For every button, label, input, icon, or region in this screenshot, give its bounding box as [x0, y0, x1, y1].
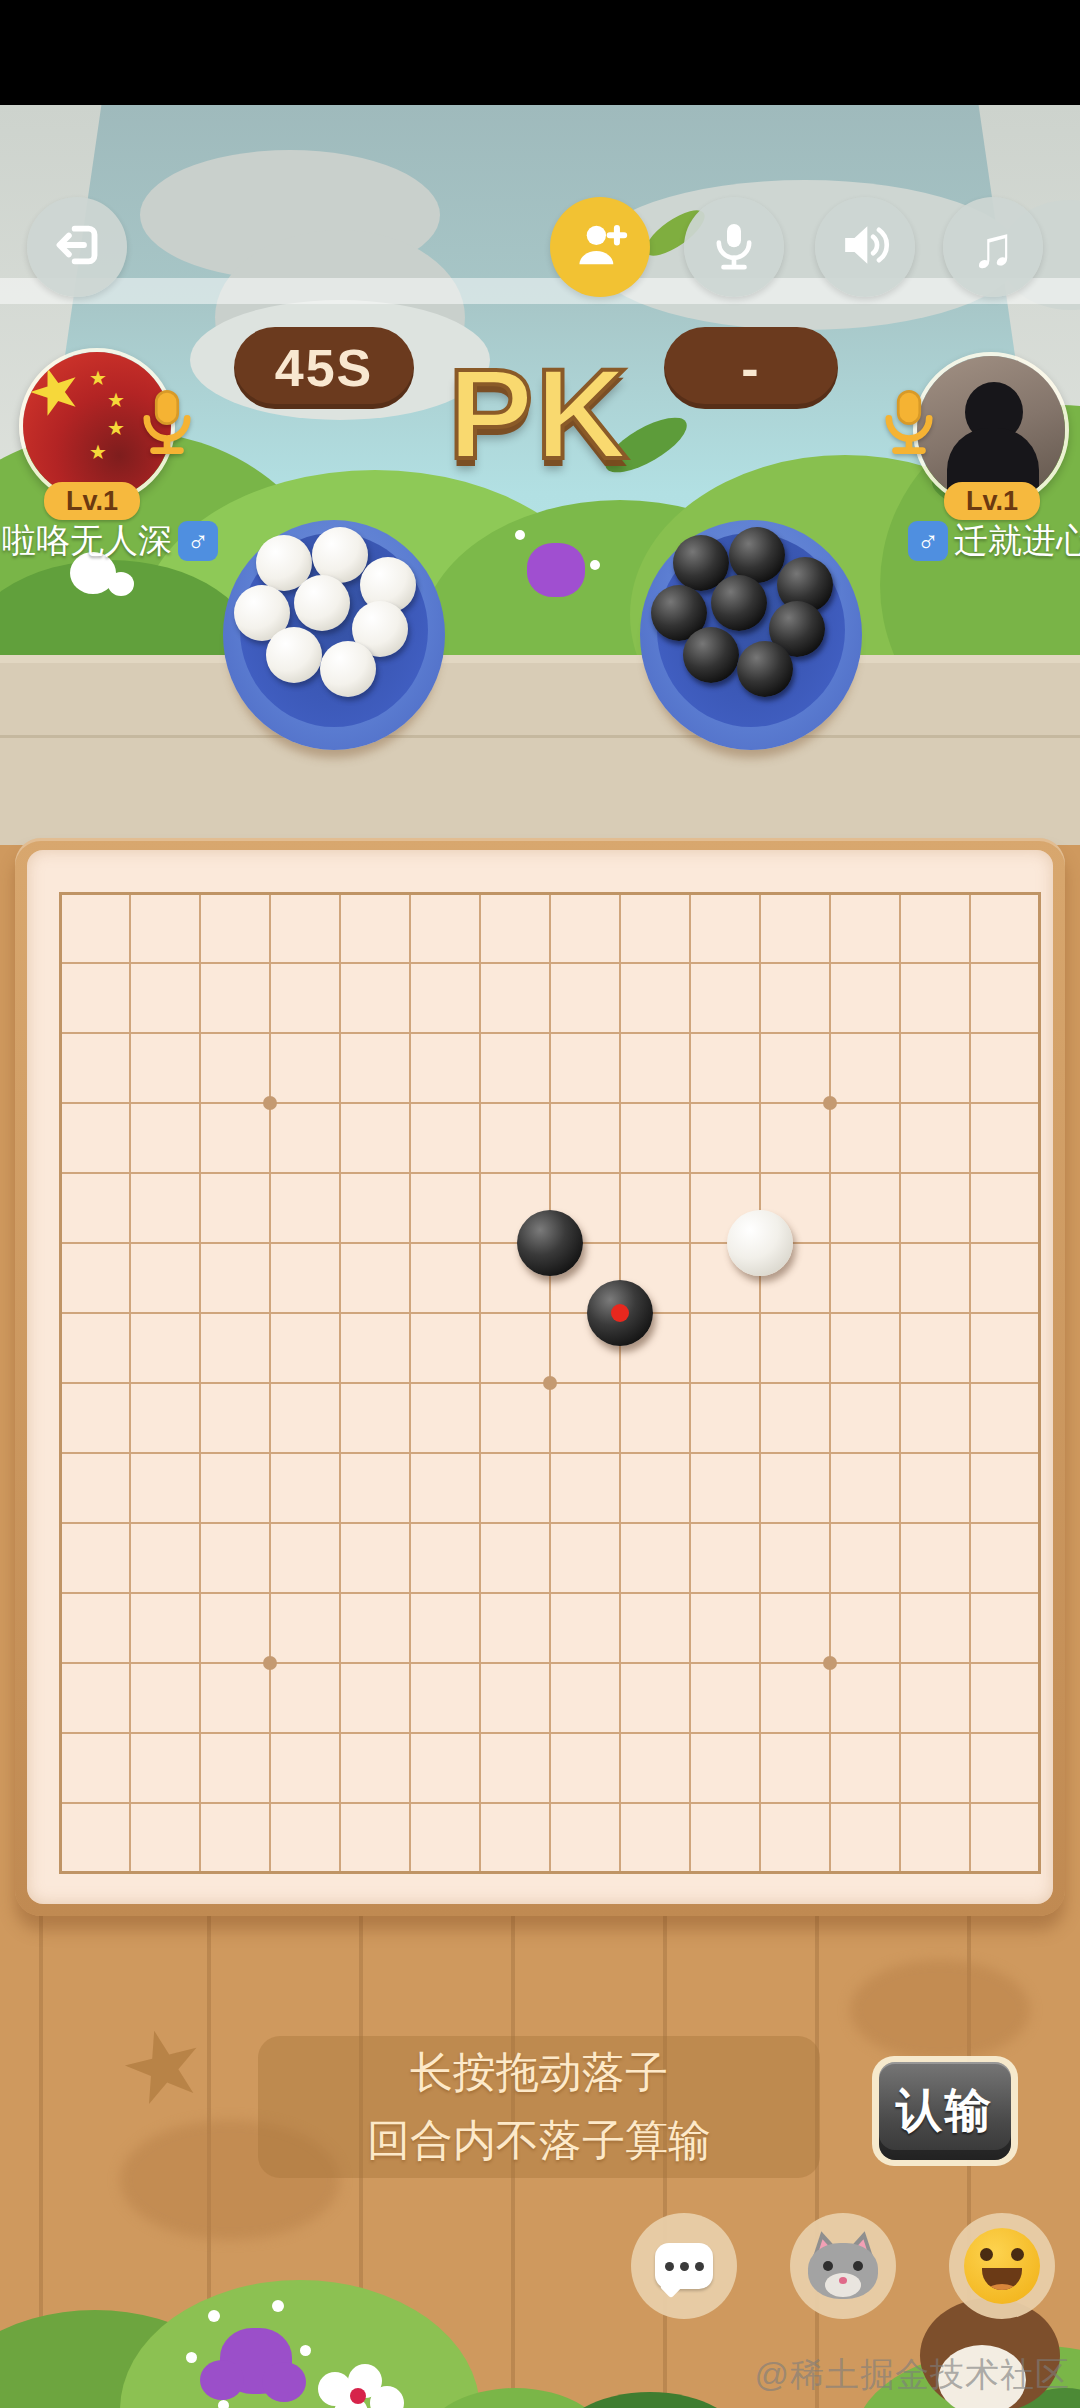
cat-emote-button[interactable] — [790, 2213, 896, 2319]
left-player-name: 啦咯无人深 — [2, 518, 172, 564]
black-stones-bowl[interactable] — [640, 520, 862, 750]
flower-dot — [218, 2400, 229, 2408]
flower-dot — [272, 2300, 284, 2312]
back-icon — [49, 217, 105, 277]
hint-panel: 长按拖动落子 回合内不落子算输 — [258, 2036, 820, 2178]
score-value: - — [741, 338, 760, 398]
flower-dot — [208, 2310, 220, 2322]
last-move-marker — [611, 1304, 629, 1322]
wall-strip-edge — [0, 655, 1080, 663]
left-player-level-badge: Lv.1 — [44, 482, 140, 520]
add-friend-icon — [571, 216, 629, 278]
chat-bubble-icon — [655, 2243, 713, 2289]
bowl-stone-white — [320, 641, 376, 697]
stone-black-last-move — [587, 1280, 653, 1346]
purple-flower-petal — [200, 2360, 244, 2400]
left-player-name-row: 啦咯无人深 ♂ — [2, 518, 218, 564]
speaker-icon — [837, 217, 893, 277]
flag-small-star: ★ — [89, 366, 107, 390]
hint-line-1: 长按拖动落子 — [410, 2044, 668, 2102]
gomoku-board[interactable] — [15, 838, 1065, 1916]
star-point — [263, 1656, 277, 1670]
right-player-level-badge: Lv.1 — [944, 482, 1040, 520]
flower-dot — [186, 2352, 197, 2363]
left-player-mic-badge[interactable] — [134, 386, 200, 460]
wall-strip-line — [0, 735, 1080, 738]
cat-emoji-icon — [807, 2233, 879, 2299]
right-player-name: 迁就进心 — [954, 518, 1080, 564]
left-player-level: Lv.1 — [66, 486, 118, 517]
flag-small-star: ★ — [89, 440, 107, 464]
hint-line-2: 回合内不落子算输 — [367, 2112, 711, 2170]
flag-small-star: ★ — [107, 388, 125, 412]
pk-label: PK — [448, 340, 630, 487]
score-pill: - — [664, 327, 838, 409]
stone-white — [727, 1210, 793, 1276]
wall-strip — [0, 655, 1080, 845]
status-bar — [0, 0, 1080, 105]
right-player-gender-badge: ♂ — [908, 521, 948, 561]
watermark: @稀土掘金技术社区 — [590, 2352, 1070, 2398]
wall-light-band — [0, 278, 1080, 304]
star-point — [543, 1376, 557, 1390]
voice-mic-button[interactable] — [684, 197, 784, 297]
music-icon: ♫ — [971, 218, 1015, 276]
bowl-stone-white — [294, 575, 350, 631]
bowl-stone-black — [683, 627, 739, 683]
smiley-emote-button[interactable] — [949, 2213, 1055, 2319]
music-button[interactable]: ♫ — [943, 197, 1043, 297]
back-button[interactable] — [27, 197, 127, 297]
star-point — [823, 1656, 837, 1670]
timer-value: 45S — [275, 338, 374, 398]
flower-center — [350, 2388, 366, 2404]
wood-stain — [850, 1960, 1030, 2060]
flower-dot — [515, 530, 525, 540]
flag-small-star: ★ — [107, 416, 125, 440]
right-player-mic-badge[interactable] — [876, 386, 942, 460]
left-player-gender-badge: ♂ — [178, 521, 218, 561]
chat-button[interactable] — [631, 2213, 737, 2319]
white-stones-bowl[interactable] — [223, 520, 445, 750]
surrender-button-face[interactable]: 认输 — [879, 2062, 1011, 2160]
white-flower — [108, 572, 134, 596]
flower-dot — [590, 560, 600, 570]
purple-flower-petal — [262, 2362, 306, 2402]
smiley-emoji-icon — [964, 2228, 1040, 2304]
gomoku-game-screen: ★ ♫ 45S - PK ★ ★ ★ ★ ★ — [0, 0, 1080, 2408]
microphone-icon — [706, 217, 762, 277]
flower-dot — [300, 2345, 311, 2356]
board-surface[interactable] — [27, 850, 1053, 1904]
purple-flower — [527, 543, 585, 597]
bowl-stone-white — [266, 627, 322, 683]
bowl-stone-black — [737, 641, 793, 697]
board-grid[interactable] — [59, 892, 1041, 1874]
right-player-level: Lv.1 — [966, 486, 1018, 517]
star-point — [823, 1096, 837, 1110]
sound-button[interactable] — [815, 197, 915, 297]
add-friend-button[interactable] — [550, 197, 650, 297]
timer-pill: 45S — [234, 327, 414, 409]
stone-black — [517, 1210, 583, 1276]
star-point — [263, 1096, 277, 1110]
surrender-button[interactable]: 认输 — [872, 2056, 1018, 2166]
bowl-stone-black — [711, 575, 767, 631]
right-player-name-row: ♂ 迁就进心 — [908, 518, 1080, 564]
